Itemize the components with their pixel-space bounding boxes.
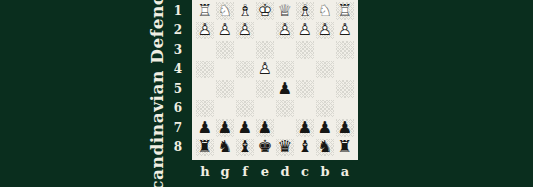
- piece-wR-a1: ♖: [335, 1, 355, 21]
- square-f5: [235, 79, 255, 99]
- piece-bB-c8: ♝: [295, 138, 315, 158]
- square-c1: ♝♗: [295, 1, 315, 21]
- piece-wN-b1: ♘: [315, 1, 335, 21]
- square-e6: [255, 99, 275, 119]
- piece-bR-h8: ♜: [195, 138, 215, 158]
- piece-wP-d2: ♙: [275, 21, 295, 41]
- opening-title: Scandinavian Defence: [147, 0, 167, 187]
- rank-label-7: 7: [168, 118, 188, 138]
- square-g7: ♟: [215, 118, 235, 138]
- piece-wP-c2: ♙: [295, 21, 315, 41]
- file-labels: hgfedcba: [195, 161, 355, 181]
- square-d3: [275, 40, 295, 60]
- square-b5: [315, 79, 335, 99]
- file-label-f: f: [235, 161, 255, 181]
- square-c3: [295, 40, 315, 60]
- square-d8: ♛: [275, 138, 295, 158]
- piece-wR-h1: ♖: [195, 1, 215, 21]
- square-c7: ♟: [295, 118, 315, 138]
- piece-bP-g7: ♟: [215, 118, 235, 138]
- square-c6: [295, 99, 315, 119]
- rank-label-5: 5: [168, 79, 188, 99]
- square-e5: [255, 79, 275, 99]
- square-b2: ♟♙: [315, 21, 335, 41]
- piece-wB-c1: ♗: [295, 1, 315, 21]
- square-h5: [195, 79, 215, 99]
- square-g3: [215, 40, 235, 60]
- piece-wB-f1: ♗: [235, 1, 255, 21]
- square-a5: [335, 79, 355, 99]
- piece-wK-e1: ♔: [255, 1, 275, 21]
- piece-wP-f2: ♙: [235, 21, 255, 41]
- square-e8: ♚: [255, 138, 275, 158]
- rank-label-1: 1: [168, 1, 188, 21]
- square-h8: ♜: [195, 138, 215, 158]
- rank-label-8: 8: [168, 138, 188, 158]
- square-d6: [275, 99, 295, 119]
- rank-labels: 12345678: [168, 1, 188, 157]
- square-g6: [215, 99, 235, 119]
- piece-bN-b8: ♞: [315, 138, 335, 158]
- file-label-d: d: [275, 161, 295, 181]
- square-h2: ♟♙: [195, 21, 215, 41]
- chess-diagram: Scandinavian Defence 12345678 ♜♖♞♘♝♗♚♔♛♕…: [0, 0, 533, 187]
- rank-label-6: 6: [168, 99, 188, 119]
- square-f3: [235, 40, 255, 60]
- piece-bP-a7: ♟: [335, 118, 355, 138]
- rank-label-2: 2: [168, 21, 188, 41]
- square-h4: [195, 60, 215, 80]
- piece-bK-e8: ♚: [255, 138, 275, 158]
- file-label-a: a: [335, 161, 355, 181]
- square-d7: [275, 118, 295, 138]
- square-b6: [315, 99, 335, 119]
- rank-label-3: 3: [168, 40, 188, 60]
- square-c8: ♝: [295, 138, 315, 158]
- square-c4: [295, 60, 315, 80]
- file-label-h: h: [195, 161, 215, 181]
- square-e4: ♟♙: [255, 60, 275, 80]
- piece-wP-b2: ♙: [315, 21, 335, 41]
- square-f6: [235, 99, 255, 119]
- square-c5: [295, 79, 315, 99]
- square-a7: ♟: [335, 118, 355, 138]
- square-e1: ♚♔: [255, 1, 275, 21]
- piece-wQ-d1: ♕: [275, 1, 295, 21]
- square-f4: [235, 60, 255, 80]
- piece-bQ-d8: ♛: [275, 138, 295, 158]
- square-h1: ♜♖: [195, 1, 215, 21]
- square-h7: ♟: [195, 118, 215, 138]
- piece-bP-d5: ♟: [275, 79, 295, 99]
- piece-bR-a8: ♜: [335, 138, 355, 158]
- square-g5: [215, 79, 235, 99]
- square-g1: ♞♘: [215, 1, 235, 21]
- square-a4: [335, 60, 355, 80]
- square-b3: [315, 40, 335, 60]
- file-label-b: b: [315, 161, 335, 181]
- piece-bP-e7: ♟: [255, 118, 275, 138]
- square-e7: ♟: [255, 118, 275, 138]
- piece-bB-f8: ♝: [235, 138, 255, 158]
- square-a3: [335, 40, 355, 60]
- square-h3: [195, 40, 215, 60]
- square-c2: ♟♙: [295, 21, 315, 41]
- square-f8: ♝: [235, 138, 255, 158]
- square-g8: ♞: [215, 138, 235, 158]
- square-a1: ♜♖: [335, 1, 355, 21]
- square-f7: ♟: [235, 118, 255, 138]
- square-d5: ♟: [275, 79, 295, 99]
- square-a8: ♜: [335, 138, 355, 158]
- square-g4: [215, 60, 235, 80]
- file-label-g: g: [215, 161, 235, 181]
- square-b1: ♞♘: [315, 1, 335, 21]
- square-b4: [315, 60, 335, 80]
- square-f2: ♟♙: [235, 21, 255, 41]
- piece-bP-b7: ♟: [315, 118, 335, 138]
- file-label-c: c: [295, 161, 315, 181]
- piece-wP-a2: ♙: [335, 21, 355, 41]
- square-f1: ♝♗: [235, 1, 255, 21]
- piece-bP-c7: ♟: [295, 118, 315, 138]
- square-b7: ♟: [315, 118, 335, 138]
- piece-wP-e4: ♙: [255, 60, 275, 80]
- square-d1: ♛♕: [275, 1, 295, 21]
- chess-board: ♜♖♞♘♝♗♚♔♛♕♝♗♞♘♜♖♟♙♟♙♟♙♟♙♟♙♟♙♟♙♟♙♟♟♟♟♟♟♟♟…: [192, 0, 358, 160]
- piece-bP-f7: ♟: [235, 118, 255, 138]
- square-b8: ♞: [315, 138, 335, 158]
- file-label-e: e: [255, 161, 275, 181]
- piece-wN-g1: ♘: [215, 1, 235, 21]
- square-d4: [275, 60, 295, 80]
- square-e3: [255, 40, 275, 60]
- rank-label-4: 4: [168, 60, 188, 80]
- piece-wP-h2: ♙: [195, 21, 215, 41]
- square-a2: ♟♙: [335, 21, 355, 41]
- piece-wP-g2: ♙: [215, 21, 235, 41]
- square-d2: ♟♙: [275, 21, 295, 41]
- piece-bP-h7: ♟: [195, 118, 215, 138]
- square-g2: ♟♙: [215, 21, 235, 41]
- square-a6: [335, 99, 355, 119]
- square-h6: [195, 99, 215, 119]
- piece-bN-g8: ♞: [215, 138, 235, 158]
- square-e2: [255, 21, 275, 41]
